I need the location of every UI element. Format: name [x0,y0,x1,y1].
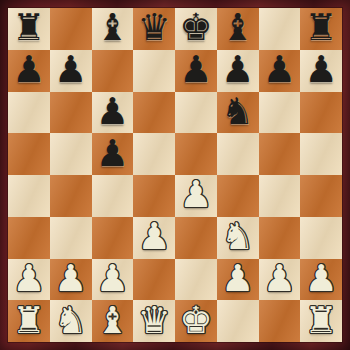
square-e1[interactable]: ♚ [175,300,217,342]
square-g8[interactable] [259,8,301,50]
square-g1[interactable] [259,300,301,342]
square-c4[interactable] [92,175,134,217]
square-b7[interactable]: ♟ [50,50,92,92]
square-a2[interactable]: ♟ [8,259,50,301]
square-e2[interactable] [175,259,217,301]
square-h7[interactable]: ♟ [300,50,342,92]
piece-black-pawn-a7[interactable]: ♟ [12,51,45,88]
piece-black-rook-a8[interactable]: ♜ [12,9,45,46]
square-e5[interactable] [175,133,217,175]
piece-white-pawn-d3[interactable]: ♟ [138,218,171,255]
square-d1[interactable]: ♛ [133,300,175,342]
piece-white-queen-d1[interactable]: ♛ [138,302,171,339]
square-e7[interactable]: ♟ [175,50,217,92]
piece-white-knight-f3[interactable]: ♞ [221,218,254,255]
piece-black-pawn-h7[interactable]: ♟ [305,51,338,88]
square-a3[interactable] [8,217,50,259]
square-f1[interactable] [217,300,259,342]
square-h6[interactable] [300,92,342,134]
square-g4[interactable] [259,175,301,217]
square-b2[interactable]: ♟ [50,259,92,301]
square-b8[interactable] [50,8,92,50]
piece-white-pawn-h2[interactable]: ♟ [305,260,338,297]
square-b5[interactable] [50,133,92,175]
piece-black-bishop-c8[interactable]: ♝ [96,9,129,46]
square-c5[interactable]: ♟ [92,133,134,175]
square-g2[interactable]: ♟ [259,259,301,301]
square-e4[interactable]: ♟ [175,175,217,217]
piece-black-queen-d8[interactable]: ♛ [138,9,171,46]
piece-black-pawn-g7[interactable]: ♟ [263,51,296,88]
square-h2[interactable]: ♟ [300,259,342,301]
square-c3[interactable] [92,217,134,259]
piece-white-pawn-f2[interactable]: ♟ [221,260,254,297]
chess-board: ♜♝♛♚♝♜♟♟♟♟♟♟♟♞♟♟♟♞♟♟♟♟♟♟♜♞♝♛♚♜ [8,8,342,342]
square-d8[interactable]: ♛ [133,8,175,50]
square-a7[interactable]: ♟ [8,50,50,92]
piece-white-knight-b1[interactable]: ♞ [54,302,87,339]
square-c7[interactable] [92,50,134,92]
square-b3[interactable] [50,217,92,259]
square-f4[interactable] [217,175,259,217]
square-a4[interactable] [8,175,50,217]
board-frame: ♜♝♛♚♝♜♟♟♟♟♟♟♟♞♟♟♟♞♟♟♟♟♟♟♜♞♝♛♚♜ [0,0,350,350]
piece-white-pawn-a2[interactable]: ♟ [12,260,45,297]
square-b1[interactable]: ♞ [50,300,92,342]
piece-black-pawn-f7[interactable]: ♟ [221,51,254,88]
piece-white-rook-h1[interactable]: ♜ [305,302,338,339]
square-f3[interactable]: ♞ [217,217,259,259]
square-g3[interactable] [259,217,301,259]
square-e8[interactable]: ♚ [175,8,217,50]
square-a8[interactable]: ♜ [8,8,50,50]
square-d7[interactable] [133,50,175,92]
square-a1[interactable]: ♜ [8,300,50,342]
square-g5[interactable] [259,133,301,175]
square-e3[interactable] [175,217,217,259]
square-c1[interactable]: ♝ [92,300,134,342]
square-g6[interactable] [259,92,301,134]
square-h1[interactable]: ♜ [300,300,342,342]
square-c2[interactable]: ♟ [92,259,134,301]
piece-black-pawn-c6[interactable]: ♟ [96,93,129,130]
piece-white-pawn-c2[interactable]: ♟ [96,260,129,297]
square-f7[interactable]: ♟ [217,50,259,92]
square-c6[interactable]: ♟ [92,92,134,134]
square-d6[interactable] [133,92,175,134]
piece-black-rook-h8[interactable]: ♜ [305,9,338,46]
square-d2[interactable] [133,259,175,301]
square-h4[interactable] [300,175,342,217]
square-h3[interactable] [300,217,342,259]
square-f6[interactable]: ♞ [217,92,259,134]
piece-black-pawn-c5[interactable]: ♟ [96,135,129,172]
square-b4[interactable] [50,175,92,217]
piece-white-bishop-c1[interactable]: ♝ [96,302,129,339]
square-f2[interactable]: ♟ [217,259,259,301]
piece-white-pawn-e4[interactable]: ♟ [179,176,212,213]
square-d4[interactable] [133,175,175,217]
piece-black-pawn-e7[interactable]: ♟ [179,51,212,88]
square-h5[interactable] [300,133,342,175]
square-d3[interactable]: ♟ [133,217,175,259]
square-f5[interactable] [217,133,259,175]
square-a6[interactable] [8,92,50,134]
piece-black-king-e8[interactable]: ♚ [179,9,212,46]
square-e6[interactable] [175,92,217,134]
square-f8[interactable]: ♝ [217,8,259,50]
piece-white-pawn-b2[interactable]: ♟ [54,260,87,297]
piece-black-pawn-b7[interactable]: ♟ [54,51,87,88]
square-h8[interactable]: ♜ [300,8,342,50]
piece-black-knight-f6[interactable]: ♞ [221,93,254,130]
piece-white-king-e1[interactable]: ♚ [179,302,212,339]
piece-white-pawn-g2[interactable]: ♟ [263,260,296,297]
square-d5[interactable] [133,133,175,175]
square-b6[interactable] [50,92,92,134]
square-g7[interactable]: ♟ [259,50,301,92]
square-a5[interactable] [8,133,50,175]
piece-black-bishop-f8[interactable]: ♝ [221,9,254,46]
square-c8[interactable]: ♝ [92,8,134,50]
piece-white-rook-a1[interactable]: ♜ [12,302,45,339]
